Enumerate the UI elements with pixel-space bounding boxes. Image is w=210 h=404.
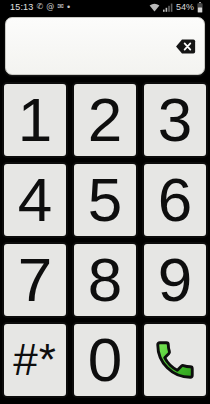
key-0[interactable]: 0	[72, 322, 138, 398]
backspace-button[interactable]	[171, 38, 204, 55]
call-button[interactable]	[142, 322, 208, 398]
battery-icon	[197, 2, 203, 13]
status-bar-left: 15:13 ✆ @ ✉ •	[10, 2, 70, 12]
more-notifications-dot: •	[67, 3, 70, 12]
key-4[interactable]: 4	[2, 162, 68, 238]
key-2[interactable]: 2	[72, 82, 138, 158]
key-1[interactable]: 1	[2, 82, 68, 158]
call-notification-icon: ✆	[37, 3, 44, 11]
key-7[interactable]: 7	[2, 242, 68, 318]
phone-screen: 15:13 ✆ @ ✉ • 54%	[0, 0, 210, 404]
key-9[interactable]: 9	[142, 242, 208, 318]
battery-percent: 54%	[176, 2, 194, 12]
dialer-keypad: 1 2 3 4 5 6 7 8 9 #* 0	[0, 82, 210, 398]
phone-handset-icon	[152, 337, 198, 383]
status-bar: 15:13 ✆ @ ✉ • 54%	[0, 0, 210, 15]
key-5[interactable]: 5	[72, 162, 138, 238]
clock: 15:13	[10, 2, 34, 12]
key-8[interactable]: 8	[72, 242, 138, 318]
key-6[interactable]: 6	[142, 162, 208, 238]
signal-strength-icon	[163, 3, 173, 12]
backspace-icon	[175, 38, 196, 55]
key-3[interactable]: 3	[142, 82, 208, 158]
at-sign-notification-icon: @	[46, 3, 54, 11]
status-bar-right: 54%	[149, 2, 203, 13]
key-hash-star[interactable]: #*	[2, 322, 68, 398]
wifi-icon	[149, 3, 160, 12]
mail-notification-icon: ✉	[57, 3, 64, 11]
dial-number-input[interactable]	[5, 17, 205, 75]
